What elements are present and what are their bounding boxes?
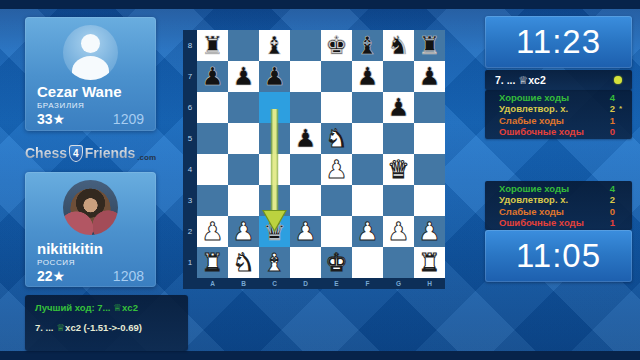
avatar-bottom — [63, 180, 118, 235]
played-move-line: 7. ... ♕xc2 (-1.51->-0.69) — [35, 322, 178, 333]
square-e5[interactable]: ♞ — [321, 123, 352, 154]
square-d6[interactable] — [290, 92, 321, 123]
player-meta-top: 33★ 1209 — [37, 111, 144, 127]
stats-panel-bottom: Хорошие ходы4 Удовлетвор. х.2 Слабые ход… — [485, 181, 632, 230]
square-b3[interactable] — [228, 185, 259, 216]
square-g4[interactable]: ♛ — [383, 154, 414, 185]
black-pawn-f7[interactable]: ♟ — [356, 61, 378, 92]
square-c3[interactable] — [259, 185, 290, 216]
player-rating-top: 1209 — [113, 111, 144, 127]
square-a2[interactable]: ♟ — [197, 216, 228, 247]
square-a3[interactable] — [197, 185, 228, 216]
square-b5[interactable] — [228, 123, 259, 154]
best-move-label: Лучший ход: 7... — [35, 302, 113, 313]
square-d5[interactable]: ♟ — [290, 123, 321, 154]
white-pawn-b2[interactable]: ♟ — [232, 216, 254, 247]
chess-board: 87654321 ♜♝♚♝♞♜♟♟♟♟♟♟♟♞♟♛♟♟♛♟♟♟♟♜♞♝♚♜ AB… — [183, 30, 445, 289]
black-rook-h8[interactable]: ♜ — [418, 30, 440, 61]
square-a5[interactable] — [197, 123, 228, 154]
white-queen-g4[interactable]: ♛ — [387, 154, 409, 185]
white-knight-b1[interactable]: ♞ — [232, 247, 254, 278]
white-king-e1[interactable]: ♚ — [325, 247, 347, 278]
square-g2[interactable]: ♟ — [383, 216, 414, 247]
stat-row-bad-moves: Ошибочные ходы1 — [499, 217, 622, 228]
player-meta-bottom: 22★ 1208 — [37, 268, 144, 284]
white-knight-e5[interactable]: ♞ — [325, 123, 347, 154]
stats-panel-top: Хорошие ходы4 Удовлетвор. х.2* Слабые хо… — [485, 90, 632, 139]
file-labels: ABCDEFGH — [183, 278, 445, 289]
square-c8[interactable]: ♝ — [259, 30, 290, 61]
square-d3[interactable] — [290, 185, 321, 216]
black-king-e8[interactable]: ♚ — [325, 30, 347, 61]
queen-icon: ♕ — [113, 302, 122, 313]
square-b1[interactable]: ♞ — [228, 247, 259, 278]
played-move-eval: xc2 (-1.51->-0.69) — [65, 322, 142, 333]
file-label-d: D — [290, 278, 321, 289]
square-a8[interactable]: ♜ — [197, 30, 228, 61]
square-d4[interactable] — [290, 154, 321, 185]
square-f4[interactable] — [352, 154, 383, 185]
square-e3[interactable] — [321, 185, 352, 216]
white-pawn-a2[interactable]: ♟ — [201, 216, 223, 247]
square-g7[interactable] — [383, 61, 414, 92]
black-queen-c2[interactable]: ♛ — [263, 216, 285, 247]
logo-shield-icon: 4 — [69, 145, 83, 162]
square-h6[interactable] — [414, 92, 445, 123]
player-name-top: Cezar Wane — [37, 83, 147, 100]
player-country-top: БРАЗИЛИЯ — [37, 101, 147, 110]
square-a7[interactable]: ♟ — [197, 61, 228, 92]
square-g3[interactable] — [383, 185, 414, 216]
black-pawn-b7[interactable]: ♟ — [232, 61, 254, 92]
square-a6[interactable] — [197, 92, 228, 123]
black-pawn-g6[interactable]: ♟ — [387, 92, 409, 123]
black-knight-g8[interactable]: ♞ — [387, 30, 409, 61]
logo-text-com: .com — [137, 153, 156, 166]
square-f5[interactable] — [352, 123, 383, 154]
black-bishop-f8[interactable]: ♝ — [356, 30, 378, 61]
board-area: ♜♝♚♝♞♜♟♟♟♟♟♟♟♞♟♛♟♟♛♟♟♟♟♜♞♝♚♜ — [197, 30, 445, 278]
player-stars-bottom: 22★ — [37, 268, 65, 284]
file-label-g: G — [383, 278, 414, 289]
player-stars-top: 33★ — [37, 111, 65, 127]
file-label-b: B — [228, 278, 259, 289]
rank-label-8: 8 — [183, 30, 197, 61]
logo-text-four: 4 — [73, 148, 79, 159]
square-g6[interactable]: ♟ — [383, 92, 414, 123]
white-rook-h1[interactable]: ♜ — [418, 247, 440, 278]
square-c6[interactable] — [259, 92, 290, 123]
stat-row-good-moves: Хорошие ходы4 — [499, 183, 622, 194]
best-move-target: xc2 — [122, 302, 138, 313]
move-target: xc2 — [528, 74, 546, 86]
player-card-bottom[interactable]: nikitikitin РОССИЯ 22★ 1208 — [25, 172, 156, 287]
player-rating-bottom: 1208 — [113, 268, 144, 284]
white-pawn-d2[interactable]: ♟ — [294, 216, 316, 247]
stat-row-bad-moves: Ошибочные ходы0 — [499, 126, 622, 137]
square-f3[interactable] — [352, 185, 383, 216]
square-b6[interactable] — [228, 92, 259, 123]
black-bishop-c8[interactable]: ♝ — [263, 30, 285, 61]
logo-text-chess: Chess — [25, 145, 67, 161]
square-c7[interactable]: ♟ — [259, 61, 290, 92]
rank-label-2: 2 — [183, 216, 197, 247]
white-pawn-e4[interactable]: ♟ — [325, 154, 347, 185]
square-d1[interactable] — [290, 247, 321, 278]
square-g5[interactable] — [383, 123, 414, 154]
stat-row-good-moves: Хорошие ходы4 — [499, 92, 622, 103]
square-h1[interactable]: ♜ — [414, 247, 445, 278]
player-card-top[interactable]: Cezar Wane БРАЗИЛИЯ 33★ 1209 — [25, 17, 156, 131]
stat-row-weak-moves: Слабые ходы0 — [499, 206, 622, 217]
square-c1[interactable]: ♝ — [259, 247, 290, 278]
square-e4[interactable]: ♟ — [321, 154, 352, 185]
square-e2[interactable] — [321, 216, 352, 247]
stat-row-weak-moves: Слабые ходы1 — [499, 115, 622, 126]
square-d2[interactable]: ♟ — [290, 216, 321, 247]
square-h2[interactable]: ♟ — [414, 216, 445, 247]
player-country-bottom: РОССИЯ — [37, 258, 147, 267]
bottom-letterbox — [0, 351, 640, 360]
last-move-text: 7. ... ♕xc2 — [495, 74, 614, 87]
chess4friends-logo: Chess 4 Friends .com — [25, 140, 156, 166]
square-d8[interactable] — [290, 30, 321, 61]
rank-label-5: 5 — [183, 123, 197, 154]
square-a4[interactable] — [197, 154, 228, 185]
square-e6[interactable] — [321, 92, 352, 123]
avatar-top — [63, 25, 118, 80]
black-pawn-a7[interactable]: ♟ — [201, 61, 223, 92]
square-h5[interactable] — [414, 123, 445, 154]
avatar-silhouette-torso — [72, 56, 109, 80]
clock-bottom: 11:05 — [485, 230, 632, 282]
square-f6[interactable] — [352, 92, 383, 123]
square-f7[interactable]: ♟ — [352, 61, 383, 92]
file-label-c: C — [259, 278, 290, 289]
white-pawn-h2[interactable]: ♟ — [418, 216, 440, 247]
black-pawn-d5[interactable]: ♟ — [294, 123, 316, 154]
square-b2[interactable]: ♟ — [228, 216, 259, 247]
rank-labels: 87654321 — [183, 30, 197, 278]
best-move-line: Лучший ход: 7... ♕xc2 — [35, 302, 178, 313]
square-h3[interactable] — [414, 185, 445, 216]
square-d7[interactable] — [290, 61, 321, 92]
square-b7[interactable]: ♟ — [228, 61, 259, 92]
square-b4[interactable] — [228, 154, 259, 185]
played-move-number: 7. ... — [35, 322, 56, 333]
file-label-a: A — [197, 278, 228, 289]
square-h4[interactable] — [414, 154, 445, 185]
square-c4[interactable] — [259, 154, 290, 185]
white-bishop-c1[interactable]: ♝ — [263, 247, 285, 278]
file-label-f: F — [352, 278, 383, 289]
rank-label-6: 6 — [183, 92, 197, 123]
move-quality-dot — [614, 76, 622, 84]
rank-label-4: 4 — [183, 154, 197, 185]
game-screen: Cezar Wane БРАЗИЛИЯ 33★ 1209 Chess 4 Fri… — [0, 0, 640, 360]
square-h8[interactable]: ♜ — [414, 30, 445, 61]
square-c5[interactable] — [259, 123, 290, 154]
rank-label-1: 1 — [183, 247, 197, 278]
square-e8[interactable]: ♚ — [321, 30, 352, 61]
top-letterbox — [0, 0, 640, 9]
avatar-silhouette-head — [81, 34, 100, 53]
player-name-bottom: nikitikitin — [37, 240, 147, 257]
square-e7[interactable] — [321, 61, 352, 92]
white-queen-icon: ♕ — [518, 74, 528, 87]
move-info: 7. ... ♕xc2 — [485, 70, 632, 90]
square-b8[interactable] — [228, 30, 259, 61]
white-pawn-g2[interactable]: ♟ — [387, 216, 409, 247]
square-g8[interactable]: ♞ — [383, 30, 414, 61]
clock-top: 11:23 — [485, 16, 632, 68]
black-pawn-h7[interactable]: ♟ — [418, 61, 440, 92]
logo-text-friends: Friends — [85, 145, 136, 161]
stat-row-ok-moves: Удовлетвор. х.2 — [499, 194, 622, 205]
square-e1[interactable]: ♚ — [321, 247, 352, 278]
square-g1[interactable] — [383, 247, 414, 278]
board-squares: ♜♝♚♝♞♜♟♟♟♟♟♟♟♞♟♛♟♟♛♟♟♟♟♜♞♝♚♜ — [197, 30, 445, 278]
square-f1[interactable] — [352, 247, 383, 278]
white-rook-a1[interactable]: ♜ — [201, 247, 223, 278]
square-a1[interactable]: ♜ — [197, 247, 228, 278]
file-label-e: E — [321, 278, 352, 289]
square-f8[interactable]: ♝ — [352, 30, 383, 61]
white-pawn-f2[interactable]: ♟ — [356, 216, 378, 247]
file-label-h: H — [414, 278, 445, 289]
move-number: 7. ... — [495, 74, 518, 86]
black-pawn-c7[interactable]: ♟ — [263, 61, 285, 92]
square-h7[interactable]: ♟ — [414, 61, 445, 92]
rank-label-7: 7 — [183, 61, 197, 92]
square-f2[interactable]: ♟ — [352, 216, 383, 247]
rank-label-3: 3 — [183, 185, 197, 216]
black-rook-a8[interactable]: ♜ — [201, 30, 223, 61]
queen-icon: ♕ — [56, 322, 65, 333]
square-c2[interactable]: ♛ — [259, 216, 290, 247]
analysis-panel: Лучший ход: 7... ♕xc2 7. ... ♕xc2 (-1.51… — [25, 295, 188, 351]
stat-row-ok-moves: Удовлетвор. х.2* — [499, 103, 622, 114]
